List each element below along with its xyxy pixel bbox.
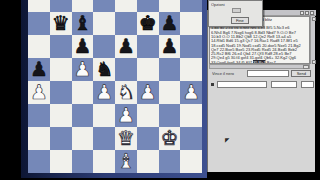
- square-c6[interactable]: ♟: [72, 35, 94, 58]
- command-input[interactable]: [217, 81, 267, 88]
- scroll-right-icon[interactable]: [303, 65, 309, 69]
- square-g8[interactable]: [159, 0, 181, 12]
- square-f8[interactable]: [137, 0, 159, 12]
- square-c4[interactable]: [72, 81, 94, 104]
- secondary-input[interactable]: [271, 81, 297, 88]
- square-f1[interactable]: [137, 150, 159, 173]
- square-d5[interactable]: ♞: [93, 58, 115, 81]
- square-a1[interactable]: [28, 150, 50, 173]
- piece-black-king[interactable]: ♚: [139, 12, 157, 35]
- square-f6[interactable]: [137, 35, 159, 58]
- square-f5[interactable]: [137, 58, 159, 81]
- piece-black-pawn[interactable]: ♟: [117, 35, 135, 58]
- square-e8[interactable]: [115, 0, 137, 12]
- square-d1[interactable]: [93, 150, 115, 173]
- square-c2[interactable]: [72, 127, 94, 150]
- board-frame: ♛♝♚♟♟♟♟♟♟♞♟♟♞♟♟♟♛♚♝: [21, 0, 207, 178]
- message-input[interactable]: [247, 70, 289, 77]
- square-h3[interactable]: [180, 104, 202, 127]
- square-f2[interactable]: [137, 127, 159, 150]
- piece-white-pawn[interactable]: ♟: [182, 81, 200, 104]
- piece-black-pawn[interactable]: ♟: [73, 35, 91, 58]
- piece-black-pawn[interactable]: ♟: [160, 12, 178, 35]
- square-b4[interactable]: [50, 81, 72, 104]
- piece-white-knight[interactable]: ♞: [117, 81, 135, 104]
- square-b5[interactable]: [50, 58, 72, 81]
- scroll-down-icon[interactable]: [312, 60, 316, 64]
- square-b1[interactable]: [50, 150, 72, 173]
- piece-white-queen[interactable]: ♛: [117, 127, 135, 150]
- titlebar-button[interactable]: [305, 11, 309, 15]
- square-b2[interactable]: [50, 127, 72, 150]
- square-d8[interactable]: [93, 0, 115, 12]
- square-f7[interactable]: ♚: [137, 12, 159, 35]
- square-c7[interactable]: ♝: [72, 12, 94, 35]
- square-g3[interactable]: [159, 104, 181, 127]
- square-a3[interactable]: [28, 104, 50, 127]
- piece-white-pawn[interactable]: ♟: [95, 81, 113, 104]
- square-a4[interactable]: ♟: [28, 81, 50, 104]
- vertical-scrollbar[interactable]: [310, 16, 315, 64]
- piece-white-pawn[interactable]: ♟: [73, 58, 91, 81]
- tertiary-input[interactable]: [301, 81, 314, 88]
- send-button[interactable]: Send: [291, 70, 311, 77]
- titlebar-button[interactable]: [310, 11, 314, 15]
- square-g5[interactable]: [159, 58, 181, 81]
- square-b8[interactable]: [50, 0, 72, 12]
- square-f4[interactable]: ♟: [137, 81, 159, 104]
- square-d2[interactable]: [93, 127, 115, 150]
- square-c1[interactable]: [72, 150, 94, 173]
- console-panel: mela vs. Espansi (2116) rated blitz Crea…: [207, 10, 315, 172]
- square-a5[interactable]: ♟: [28, 58, 50, 81]
- square-h5[interactable]: [180, 58, 202, 81]
- piece-white-pawn[interactable]: ♟: [139, 81, 157, 104]
- square-d6[interactable]: [93, 35, 115, 58]
- dialog-close-button[interactable]: Fine: [231, 17, 249, 24]
- square-c8[interactable]: [72, 0, 94, 12]
- square-h8[interactable]: [180, 0, 202, 12]
- piece-black-pawn[interactable]: ♟: [30, 58, 48, 81]
- piece-black-pawn[interactable]: ♟: [160, 35, 178, 58]
- piece-black-bishop[interactable]: ♝: [73, 12, 91, 35]
- square-g4[interactable]: [159, 81, 181, 104]
- square-b7[interactable]: ♛: [50, 12, 72, 35]
- piece-white-bishop[interactable]: ♝: [117, 150, 135, 173]
- square-d4[interactable]: ♟: [93, 81, 115, 104]
- board-clip: ♛♝♚♟♟♟♟♟♟♞♟♟♞♟♟♟♛♚♝: [28, 0, 202, 173]
- square-b3[interactable]: [50, 104, 72, 127]
- square-g1[interactable]: [159, 150, 181, 173]
- square-e1[interactable]: ♝: [115, 150, 137, 173]
- horizontal-scrollbar[interactable]: [209, 64, 310, 69]
- square-g2[interactable]: ♚: [159, 127, 181, 150]
- square-d3[interactable]: [93, 104, 115, 127]
- command-input-row: [209, 80, 315, 90]
- square-e3[interactable]: ♟: [115, 104, 137, 127]
- piece-white-king[interactable]: ♚: [160, 127, 178, 150]
- square-e5[interactable]: [115, 58, 137, 81]
- piece-white-pawn[interactable]: ♟: [117, 104, 135, 127]
- message-input-row: Vince il nero Send: [209, 70, 315, 79]
- popup-dialog: Opzioni Fine: [208, 0, 263, 27]
- square-c3[interactable]: [72, 104, 94, 127]
- square-h7[interactable]: [180, 12, 202, 35]
- piece-white-pawn[interactable]: ♟: [30, 81, 48, 104]
- piece-black-knight[interactable]: ♞: [95, 58, 113, 81]
- square-a8[interactable]: [28, 0, 50, 12]
- square-a6[interactable]: [28, 35, 50, 58]
- square-a7[interactable]: [28, 12, 50, 35]
- move-list: 1.d4 d5 2.c4 c6 3.Nf3 Nf6 4.e3 Bf5 5.Nc3…: [211, 26, 310, 64]
- titlebar-button[interactable]: [300, 11, 304, 15]
- square-h1[interactable]: [180, 150, 202, 173]
- square-d7[interactable]: [93, 12, 115, 35]
- square-h6[interactable]: [180, 35, 202, 58]
- status-dot: [211, 83, 214, 86]
- square-e6[interactable]: ♟: [115, 35, 137, 58]
- square-h4[interactable]: ♟: [180, 81, 202, 104]
- square-g6[interactable]: ♟: [159, 35, 181, 58]
- mouse-cursor: ◤: [225, 137, 230, 143]
- square-f3[interactable]: [137, 104, 159, 127]
- scroll-up-icon[interactable]: [312, 17, 316, 21]
- square-h2[interactable]: [180, 127, 202, 150]
- square-e2[interactable]: ♛: [115, 127, 137, 150]
- piece-black-queen[interactable]: ♛: [52, 12, 70, 35]
- square-g7[interactable]: ♟: [159, 12, 181, 35]
- square-a2[interactable]: [28, 127, 50, 150]
- square-b6[interactable]: [50, 35, 72, 58]
- chess-board: ♛♝♚♟♟♟♟♟♟♞♟♟♞♟♟♟♛♚♝: [28, 0, 202, 173]
- dialog-dropdown[interactable]: [232, 8, 241, 13]
- square-c5[interactable]: ♟: [72, 58, 94, 81]
- screen: { "game": "chess", "position": { "fen": …: [0, 0, 320, 180]
- square-e4[interactable]: ♞: [115, 81, 137, 104]
- square-e7[interactable]: [115, 12, 137, 35]
